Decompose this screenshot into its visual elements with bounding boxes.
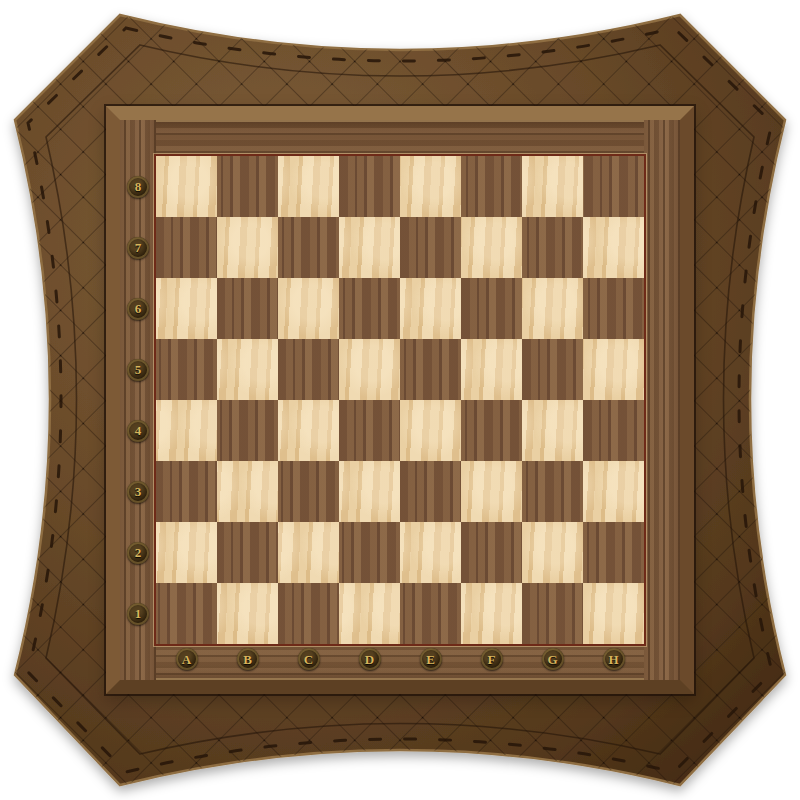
square-e3[interactable] [400,461,461,522]
rank-label-7: 7 [127,237,149,259]
square-d5[interactable] [339,339,400,400]
file-label-b: B [237,648,259,670]
board-panel: 87654321 ABCDEFGH [106,106,694,694]
square-h4[interactable] [583,400,644,461]
square-c2[interactable] [278,522,339,583]
square-e4[interactable] [400,400,461,461]
square-d2[interactable] [339,522,400,583]
walnut-apron: 87654321 ABCDEFGH [120,120,680,680]
square-e7[interactable] [400,217,461,278]
square-b5[interactable] [217,339,278,400]
square-h5[interactable] [583,339,644,400]
square-f4[interactable] [461,400,522,461]
square-a7[interactable] [156,217,217,278]
file-label-d: D [359,648,381,670]
file-label-g: G [542,648,564,670]
square-g5[interactable] [522,339,583,400]
square-g6[interactable] [522,278,583,339]
square-f7[interactable] [461,217,522,278]
square-h8[interactable] [583,156,644,217]
square-d1[interactable] [339,583,400,644]
square-d3[interactable] [339,461,400,522]
square-e6[interactable] [400,278,461,339]
square-h3[interactable] [583,461,644,522]
square-e1[interactable] [400,583,461,644]
square-f8[interactable] [461,156,522,217]
square-b3[interactable] [217,461,278,522]
square-e8[interactable] [400,156,461,217]
file-label-c: C [298,648,320,670]
square-f1[interactable] [461,583,522,644]
square-c4[interactable] [278,400,339,461]
square-g7[interactable] [522,217,583,278]
square-a4[interactable] [156,400,217,461]
square-a5[interactable] [156,339,217,400]
rank-label-2: 2 [127,542,149,564]
square-b6[interactable] [217,278,278,339]
square-b7[interactable] [217,217,278,278]
square-h1[interactable] [583,583,644,644]
square-f6[interactable] [461,278,522,339]
square-f3[interactable] [461,461,522,522]
square-a8[interactable] [156,156,217,217]
square-d6[interactable] [339,278,400,339]
square-b1[interactable] [217,583,278,644]
square-b8[interactable] [217,156,278,217]
square-c8[interactable] [278,156,339,217]
file-label-f: F [481,648,503,670]
file-label-h: H [603,648,625,670]
square-g1[interactable] [522,583,583,644]
square-h6[interactable] [583,278,644,339]
board [154,154,646,646]
square-g2[interactable] [522,522,583,583]
rank-label-3: 3 [127,481,149,503]
rank-label-5: 5 [127,359,149,381]
rank-label-6: 6 [127,298,149,320]
square-g3[interactable] [522,461,583,522]
square-c6[interactable] [278,278,339,339]
apron-left-strip [120,120,156,680]
square-h2[interactable] [583,522,644,583]
square-c7[interactable] [278,217,339,278]
square-d7[interactable] [339,217,400,278]
square-c1[interactable] [278,583,339,644]
rank-label-4: 4 [127,420,149,442]
square-g8[interactable] [522,156,583,217]
square-e2[interactable] [400,522,461,583]
file-label-e: E [420,648,442,670]
square-c5[interactable] [278,339,339,400]
square-g4[interactable] [522,400,583,461]
square-a3[interactable] [156,461,217,522]
square-a1[interactable] [156,583,217,644]
rank-label-8: 8 [127,176,149,198]
square-b2[interactable] [217,522,278,583]
square-a6[interactable] [156,278,217,339]
square-f5[interactable] [461,339,522,400]
square-e5[interactable] [400,339,461,400]
square-d8[interactable] [339,156,400,217]
square-a2[interactable] [156,522,217,583]
square-h7[interactable] [583,217,644,278]
rank-label-1: 1 [127,603,149,625]
square-d4[interactable] [339,400,400,461]
chessboard-photo: 87654321 ABCDEFGH [0,0,800,800]
square-b4[interactable] [217,400,278,461]
apron-right-strip [644,120,680,680]
file-label-a: A [176,648,198,670]
square-f2[interactable] [461,522,522,583]
square-c3[interactable] [278,461,339,522]
